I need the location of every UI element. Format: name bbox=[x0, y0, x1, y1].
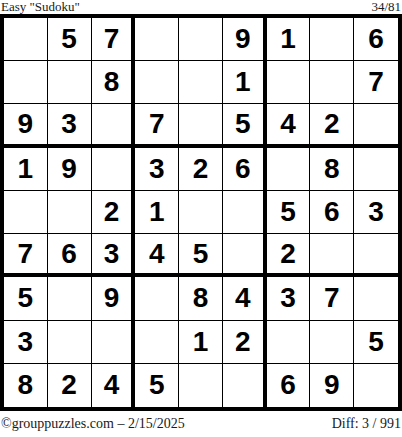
cell-r5c7: 5 bbox=[267, 191, 311, 234]
cell-r1c7: 1 bbox=[267, 18, 311, 61]
cell-r5c5[interactable] bbox=[179, 191, 223, 234]
puzzle-title: Easy "Sudoku" bbox=[1, 0, 80, 14]
cell-r3c2: 3 bbox=[48, 104, 92, 147]
cell-r2c1[interactable] bbox=[4, 61, 48, 104]
cell-r2c8[interactable] bbox=[310, 61, 354, 104]
cell-r5c4: 1 bbox=[135, 191, 179, 234]
cell-r7c7: 3 bbox=[267, 277, 311, 320]
cell-r6c8[interactable] bbox=[310, 234, 354, 277]
cell-r2c4[interactable] bbox=[135, 61, 179, 104]
cell-r6c6[interactable] bbox=[223, 234, 267, 277]
puzzle-footer: ©grouppuzzles.com – 2/15/2025 Diff: 3 / … bbox=[0, 411, 402, 437]
cell-r6c7: 2 bbox=[267, 234, 311, 277]
cell-r6c5: 5 bbox=[179, 234, 223, 277]
cell-r4c2: 9 bbox=[48, 148, 92, 191]
cell-r4c8: 8 bbox=[310, 148, 354, 191]
cell-r8c6: 2 bbox=[223, 321, 267, 364]
cell-r1c5[interactable] bbox=[179, 18, 223, 61]
cell-r1c2: 5 bbox=[48, 18, 92, 61]
puzzle-header: Easy "Sudoku" 34/81 bbox=[0, 0, 402, 14]
cell-r5c2[interactable] bbox=[48, 191, 92, 234]
cell-r1c1[interactable] bbox=[4, 18, 48, 61]
cell-r4c6: 6 bbox=[223, 148, 267, 191]
cell-r5c3: 2 bbox=[92, 191, 136, 234]
cell-r6c9[interactable] bbox=[354, 234, 398, 277]
cell-r1c6: 9 bbox=[223, 18, 267, 61]
cell-r4c3[interactable] bbox=[92, 148, 136, 191]
cell-r2c7[interactable] bbox=[267, 61, 311, 104]
cell-r8c1: 3 bbox=[4, 321, 48, 364]
cell-r2c3: 8 bbox=[92, 61, 136, 104]
cell-r7c5: 8 bbox=[179, 277, 223, 320]
cell-r9c9[interactable] bbox=[354, 364, 398, 407]
cell-r7c4[interactable] bbox=[135, 277, 179, 320]
cell-r9c6[interactable] bbox=[223, 364, 267, 407]
cell-r9c3: 4 bbox=[92, 364, 136, 407]
puzzle-page: Easy "Sudoku" 34/81 57916817937542193268… bbox=[0, 0, 402, 437]
cell-r7c3: 9 bbox=[92, 277, 136, 320]
cell-r8c2[interactable] bbox=[48, 321, 92, 364]
cell-r9c2: 2 bbox=[48, 364, 92, 407]
cell-r3c4: 7 bbox=[135, 104, 179, 147]
cell-r6c2: 6 bbox=[48, 234, 92, 277]
cell-r1c9: 6 bbox=[354, 18, 398, 61]
cell-r3c3[interactable] bbox=[92, 104, 136, 147]
cell-r9c7: 6 bbox=[267, 364, 311, 407]
cell-r5c6[interactable] bbox=[223, 191, 267, 234]
cell-r9c4: 5 bbox=[135, 364, 179, 407]
remaining-counter: 34/81 bbox=[371, 0, 401, 14]
cell-r5c8: 6 bbox=[310, 191, 354, 234]
cell-r4c1: 1 bbox=[4, 148, 48, 191]
cell-r3c1: 9 bbox=[4, 104, 48, 147]
cell-r3c9[interactable] bbox=[354, 104, 398, 147]
cell-r6c1: 7 bbox=[4, 234, 48, 277]
cell-r9c5[interactable] bbox=[179, 364, 223, 407]
cell-r4c4: 3 bbox=[135, 148, 179, 191]
cell-r3c8: 2 bbox=[310, 104, 354, 147]
cell-r6c3: 3 bbox=[92, 234, 136, 277]
cell-r3c7: 4 bbox=[267, 104, 311, 147]
cell-r2c6: 1 bbox=[223, 61, 267, 104]
cell-r4c5: 2 bbox=[179, 148, 223, 191]
cell-r2c5[interactable] bbox=[179, 61, 223, 104]
cell-r8c3[interactable] bbox=[92, 321, 136, 364]
cell-r6c4: 4 bbox=[135, 234, 179, 277]
cell-r3c6: 5 bbox=[223, 104, 267, 147]
cell-r2c2[interactable] bbox=[48, 61, 92, 104]
cell-r7c9[interactable] bbox=[354, 277, 398, 320]
cell-r5c1[interactable] bbox=[4, 191, 48, 234]
cell-r9c1: 8 bbox=[4, 364, 48, 407]
cell-r1c8[interactable] bbox=[310, 18, 354, 61]
cell-r4c7[interactable] bbox=[267, 148, 311, 191]
cell-r3c5[interactable] bbox=[179, 104, 223, 147]
cell-r8c4[interactable] bbox=[135, 321, 179, 364]
cell-r7c6: 4 bbox=[223, 277, 267, 320]
cell-r5c9: 3 bbox=[354, 191, 398, 234]
cell-r8c5: 1 bbox=[179, 321, 223, 364]
cell-r7c8: 7 bbox=[310, 277, 354, 320]
cell-r1c4[interactable] bbox=[135, 18, 179, 61]
cell-r4c9[interactable] bbox=[354, 148, 398, 191]
sudoku-grid: 5791681793754219326821563763452598437312… bbox=[0, 14, 402, 411]
cell-r8c7[interactable] bbox=[267, 321, 311, 364]
cell-r8c9: 5 bbox=[354, 321, 398, 364]
cell-r7c1: 5 bbox=[4, 277, 48, 320]
cell-r8c8[interactable] bbox=[310, 321, 354, 364]
difficulty-text: Diff: 3 / 991 bbox=[332, 416, 401, 432]
cell-r1c3: 7 bbox=[92, 18, 136, 61]
cell-r9c8: 9 bbox=[310, 364, 354, 407]
cell-r7c2[interactable] bbox=[48, 277, 92, 320]
copyright-text: ©grouppuzzles.com – 2/15/2025 bbox=[1, 416, 185, 432]
cell-r2c9: 7 bbox=[354, 61, 398, 104]
